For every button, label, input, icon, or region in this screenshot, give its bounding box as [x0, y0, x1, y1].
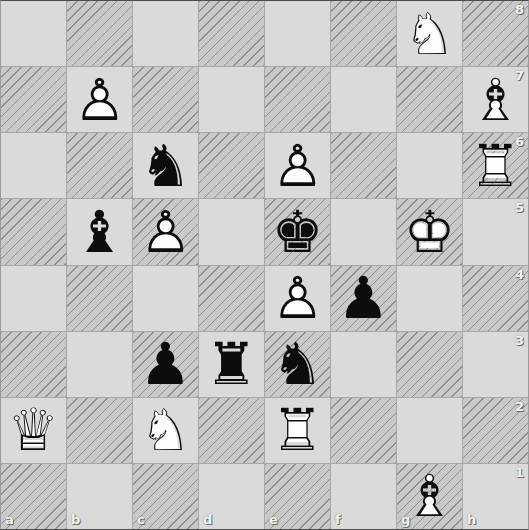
white-rook-e2: ♜♖ [265, 398, 330, 463]
square-f6[interactable] [331, 133, 396, 198]
white-pawn-e6: ♟♙ [265, 133, 330, 198]
white-knight-g8: ♞♘ [397, 1, 462, 66]
square-f4[interactable]: ♟ [331, 266, 396, 331]
file-label-d: d [203, 512, 212, 527]
square-h3[interactable]: 3 [463, 332, 528, 397]
square-e1[interactable]: e [265, 464, 330, 529]
white-piece-outline: ♙ [67, 67, 132, 132]
black-knight-c6: ♞ [133, 133, 198, 198]
square-c7[interactable] [133, 67, 198, 132]
square-c4[interactable] [133, 266, 198, 331]
square-b5[interactable]: ♝ [67, 199, 132, 264]
square-e7[interactable] [265, 67, 330, 132]
square-h4[interactable]: 4 [463, 266, 528, 331]
square-a4[interactable] [1, 266, 66, 331]
file-label-e: e [269, 512, 278, 527]
file-label-g: g [401, 512, 410, 527]
square-b7[interactable]: ♟♙ [67, 67, 132, 132]
square-e4[interactable]: ♟♙ [265, 266, 330, 331]
square-h7[interactable]: ♝♗7 [463, 67, 528, 132]
square-c2[interactable]: ♞♘ [133, 398, 198, 463]
square-c8[interactable] [133, 1, 198, 66]
square-c3[interactable]: ♟ [133, 332, 198, 397]
rank-label-1: 1 [515, 465, 524, 480]
white-piece-outline: ♘ [397, 1, 462, 66]
square-b3[interactable] [67, 332, 132, 397]
square-g3[interactable] [397, 332, 462, 397]
white-king-g5: ♚♔ [397, 199, 462, 264]
black-piece-glyph: ♞ [265, 332, 330, 397]
black-piece-glyph: ♜ [199, 332, 264, 397]
rank-label-4: 4 [515, 267, 524, 282]
white-piece-outline: ♘ [133, 398, 198, 463]
square-d6[interactable] [199, 133, 264, 198]
square-g7[interactable] [397, 67, 462, 132]
white-piece-outline: ♙ [265, 266, 330, 331]
black-piece-glyph: ♟ [133, 332, 198, 397]
square-h8[interactable]: 8 [463, 1, 528, 66]
square-f1[interactable]: f [331, 464, 396, 529]
square-h2[interactable]: 2 [463, 398, 528, 463]
white-piece-outline: ♕ [1, 398, 66, 463]
square-c6[interactable]: ♞ [133, 133, 198, 198]
black-rook-d3: ♜ [199, 332, 264, 397]
black-piece-glyph: ♟ [331, 266, 396, 331]
square-d1[interactable]: d [199, 464, 264, 529]
square-d3[interactable]: ♜ [199, 332, 264, 397]
square-a8[interactable] [1, 1, 66, 66]
white-piece-outline: ♔ [397, 199, 462, 264]
square-d5[interactable] [199, 199, 264, 264]
square-g4[interactable] [397, 266, 462, 331]
square-h6[interactable]: ♜♖6 [463, 133, 528, 198]
square-e8[interactable] [265, 1, 330, 66]
square-c1[interactable]: c [133, 464, 198, 529]
rank-label-5: 5 [515, 200, 524, 215]
file-label-h: h [467, 512, 476, 527]
white-piece-outline: ♙ [133, 199, 198, 264]
black-piece-glyph: ♚ [265, 199, 330, 264]
square-e5[interactable]: ♚ [265, 199, 330, 264]
square-e6[interactable]: ♟♙ [265, 133, 330, 198]
square-g6[interactable] [397, 133, 462, 198]
square-d7[interactable] [199, 67, 264, 132]
white-pawn-e4: ♟♙ [265, 266, 330, 331]
square-b8[interactable] [67, 1, 132, 66]
file-label-b: b [71, 512, 80, 527]
file-label-a: a [5, 512, 14, 527]
square-f8[interactable] [331, 1, 396, 66]
black-bishop-b5: ♝ [67, 199, 132, 264]
square-f5[interactable] [331, 199, 396, 264]
square-a6[interactable] [1, 133, 66, 198]
square-b6[interactable] [67, 133, 132, 198]
white-pawn-c5: ♟♙ [133, 199, 198, 264]
square-a2[interactable]: ♛♕ [1, 398, 66, 463]
square-h1[interactable]: h1 [463, 464, 528, 529]
square-a7[interactable] [1, 67, 66, 132]
white-piece-outline: ♙ [265, 133, 330, 198]
white-knight-c2: ♞♘ [133, 398, 198, 463]
black-piece-glyph: ♞ [133, 133, 198, 198]
black-king-e5: ♚ [265, 199, 330, 264]
square-a1[interactable]: a [1, 464, 66, 529]
black-knight-e3: ♞ [265, 332, 330, 397]
rank-label-6: 6 [515, 134, 524, 149]
square-g8[interactable]: ♞♘ [397, 1, 462, 66]
square-b1[interactable]: b [67, 464, 132, 529]
square-g2[interactable] [397, 398, 462, 463]
square-h5[interactable]: 5 [463, 199, 528, 264]
square-a3[interactable] [1, 332, 66, 397]
square-f2[interactable] [331, 398, 396, 463]
rank-label-3: 3 [515, 333, 524, 348]
square-f3[interactable] [331, 332, 396, 397]
rank-label-8: 8 [515, 2, 524, 17]
square-e3[interactable]: ♞ [265, 332, 330, 397]
white-pawn-b7: ♟♙ [67, 67, 132, 132]
white-queen-a2: ♛♕ [1, 398, 66, 463]
square-g5[interactable]: ♚♔ [397, 199, 462, 264]
black-piece-glyph: ♝ [67, 199, 132, 264]
file-label-f: f [335, 512, 341, 527]
file-label-c: c [137, 512, 145, 527]
square-e2[interactable]: ♜♖ [265, 398, 330, 463]
square-b4[interactable] [67, 266, 132, 331]
square-g1[interactable]: ♝♗g [397, 464, 462, 529]
square-a5[interactable] [1, 199, 66, 264]
chess-board: ♞♘8♟♙♝♗7♞♟♙♜♖6♝♟♙♚♚♔5♟♙♟4♟♜♞3♛♕♞♘♜♖2abcd… [0, 0, 529, 530]
black-pawn-f4: ♟ [331, 266, 396, 331]
square-d8[interactable] [199, 1, 264, 66]
square-d4[interactable] [199, 266, 264, 331]
square-f7[interactable] [331, 67, 396, 132]
black-pawn-c3: ♟ [133, 332, 198, 397]
square-c5[interactable]: ♟♙ [133, 199, 198, 264]
white-piece-outline: ♖ [265, 398, 330, 463]
rank-label-7: 7 [515, 68, 524, 83]
square-d2[interactable] [199, 398, 264, 463]
rank-label-2: 2 [515, 399, 524, 414]
square-b2[interactable] [67, 398, 132, 463]
